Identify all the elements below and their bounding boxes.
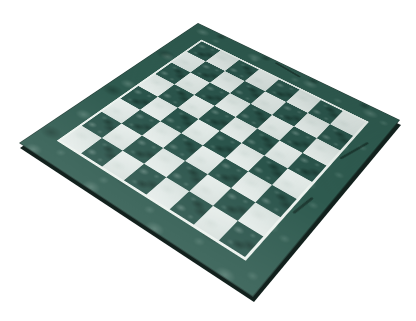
board-inlay-border <box>57 40 369 261</box>
marble-vein <box>275 62 301 77</box>
chess-board <box>19 23 400 297</box>
photo-background <box>0 0 416 321</box>
board-squares <box>61 41 365 257</box>
